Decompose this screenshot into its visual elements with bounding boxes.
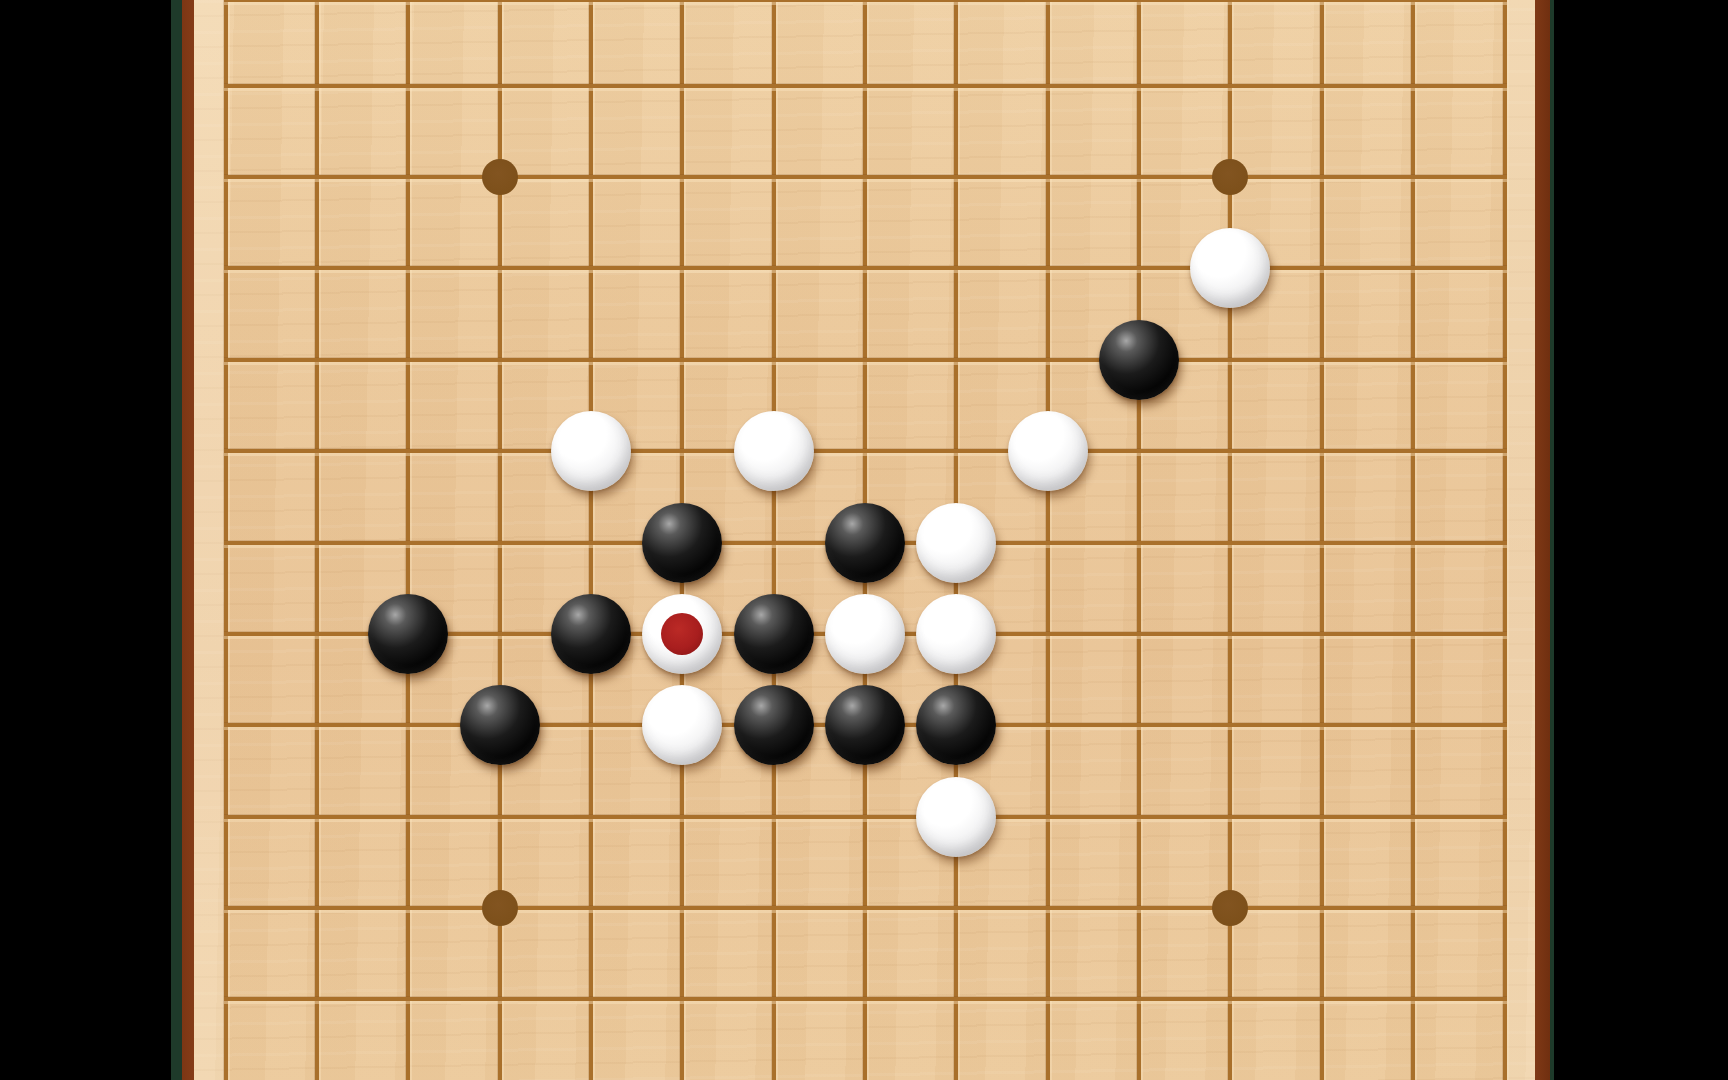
grid-line-horizontal xyxy=(224,906,1507,910)
last-move-marker xyxy=(661,613,703,655)
star-point xyxy=(482,159,518,195)
black-stone xyxy=(825,685,905,765)
grid-line-horizontal xyxy=(224,815,1507,819)
black-stone xyxy=(368,594,448,674)
board-margin-right xyxy=(1507,0,1535,1080)
star-point xyxy=(482,890,518,926)
black-stone xyxy=(551,594,631,674)
white-stone xyxy=(642,685,722,765)
white-stone xyxy=(734,411,814,491)
black-stone xyxy=(642,503,722,583)
white-stone xyxy=(551,411,631,491)
black-stone xyxy=(734,685,814,765)
black-stone xyxy=(825,503,905,583)
white-stone xyxy=(916,594,996,674)
star-point xyxy=(1212,890,1248,926)
black-stone xyxy=(460,685,540,765)
app-screen xyxy=(0,0,1728,1080)
white-stone xyxy=(1190,228,1270,308)
grid-line-horizontal xyxy=(224,175,1507,179)
goban-board[interactable] xyxy=(194,0,1535,1080)
white-stone xyxy=(916,503,996,583)
star-point xyxy=(1212,159,1248,195)
black-stone xyxy=(916,685,996,765)
white-stone xyxy=(916,777,996,857)
black-stone xyxy=(734,594,814,674)
grid-line-horizontal xyxy=(224,449,1507,453)
grid-line-horizontal xyxy=(224,997,1507,1001)
black-stone xyxy=(1099,320,1179,400)
board-margin-left xyxy=(194,0,224,1080)
grid-line-horizontal xyxy=(224,84,1507,88)
white-stone xyxy=(825,594,905,674)
grid-line-horizontal xyxy=(224,358,1507,362)
grid-line-horizontal xyxy=(224,0,1507,2)
white-stone xyxy=(642,594,722,674)
grid-line-horizontal xyxy=(224,266,1507,270)
white-stone xyxy=(1008,411,1088,491)
